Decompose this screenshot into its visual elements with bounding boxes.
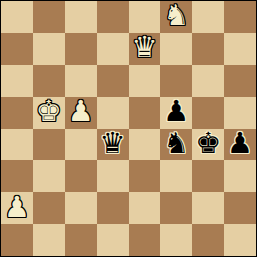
square-h2[interactable] [224,192,256,224]
square-f4[interactable]: ♞ [160,129,192,161]
square-f3[interactable] [160,160,192,192]
square-c4[interactable] [65,129,97,161]
black-queen[interactable]: ♛ [100,129,126,158]
square-h7[interactable] [224,33,256,65]
square-b3[interactable] [33,160,65,192]
square-c3[interactable] [65,160,97,192]
square-g1[interactable] [192,224,224,256]
square-b7[interactable] [33,33,65,65]
square-g6[interactable] [192,65,224,97]
square-b5[interactable]: ♚ [33,97,65,129]
square-g7[interactable] [192,33,224,65]
square-h8[interactable] [224,1,256,33]
square-d2[interactable] [97,192,129,224]
square-h3[interactable] [224,160,256,192]
chess-board: ♞♛♚♟♟♛♞♚♟♟ [1,1,256,256]
square-f8[interactable]: ♞ [160,1,192,33]
square-h4[interactable]: ♟ [224,129,256,161]
square-a3[interactable] [1,160,33,192]
square-a7[interactable] [1,33,33,65]
square-b4[interactable] [33,129,65,161]
square-g3[interactable] [192,160,224,192]
square-c5[interactable]: ♟ [65,97,97,129]
square-b1[interactable] [33,224,65,256]
square-g8[interactable] [192,1,224,33]
square-d1[interactable] [97,224,129,256]
square-f7[interactable] [160,33,192,65]
square-d7[interactable] [97,33,129,65]
square-f1[interactable] [160,224,192,256]
square-b8[interactable] [33,1,65,33]
square-a1[interactable] [1,224,33,256]
white-king[interactable]: ♚ [36,97,62,126]
square-d8[interactable] [97,1,129,33]
square-d4[interactable]: ♛ [97,129,129,161]
black-pawn[interactable]: ♟ [227,129,253,158]
square-a2[interactable]: ♟ [1,192,33,224]
black-king[interactable]: ♚ [195,129,221,158]
square-e7[interactable]: ♛ [129,33,161,65]
square-e4[interactable] [129,129,161,161]
square-f6[interactable] [160,65,192,97]
square-g5[interactable] [192,97,224,129]
white-queen[interactable]: ♛ [131,33,157,62]
square-f2[interactable] [160,192,192,224]
square-c1[interactable] [65,224,97,256]
square-c6[interactable] [65,65,97,97]
square-b2[interactable] [33,192,65,224]
square-e1[interactable] [129,224,161,256]
square-c7[interactable] [65,33,97,65]
square-h1[interactable] [224,224,256,256]
square-a5[interactable] [1,97,33,129]
square-b6[interactable] [33,65,65,97]
square-f5[interactable]: ♟ [160,97,192,129]
square-e8[interactable] [129,1,161,33]
square-d6[interactable] [97,65,129,97]
square-h6[interactable] [224,65,256,97]
square-e6[interactable] [129,65,161,97]
chess-board-frame: ♞♛♚♟♟♛♞♚♟♟ [0,0,257,257]
white-knight[interactable]: ♞ [163,1,189,30]
square-a8[interactable] [1,1,33,33]
white-pawn[interactable]: ♟ [4,193,30,222]
black-knight[interactable]: ♞ [163,129,189,158]
square-h5[interactable] [224,97,256,129]
square-d5[interactable] [97,97,129,129]
square-g4[interactable]: ♚ [192,129,224,161]
square-a6[interactable] [1,65,33,97]
white-pawn[interactable]: ♟ [68,97,94,126]
black-pawn[interactable]: ♟ [163,97,189,126]
square-e5[interactable] [129,97,161,129]
square-e2[interactable] [129,192,161,224]
square-d3[interactable] [97,160,129,192]
square-a4[interactable] [1,129,33,161]
square-c2[interactable] [65,192,97,224]
square-e3[interactable] [129,160,161,192]
square-c8[interactable] [65,1,97,33]
square-g2[interactable] [192,192,224,224]
